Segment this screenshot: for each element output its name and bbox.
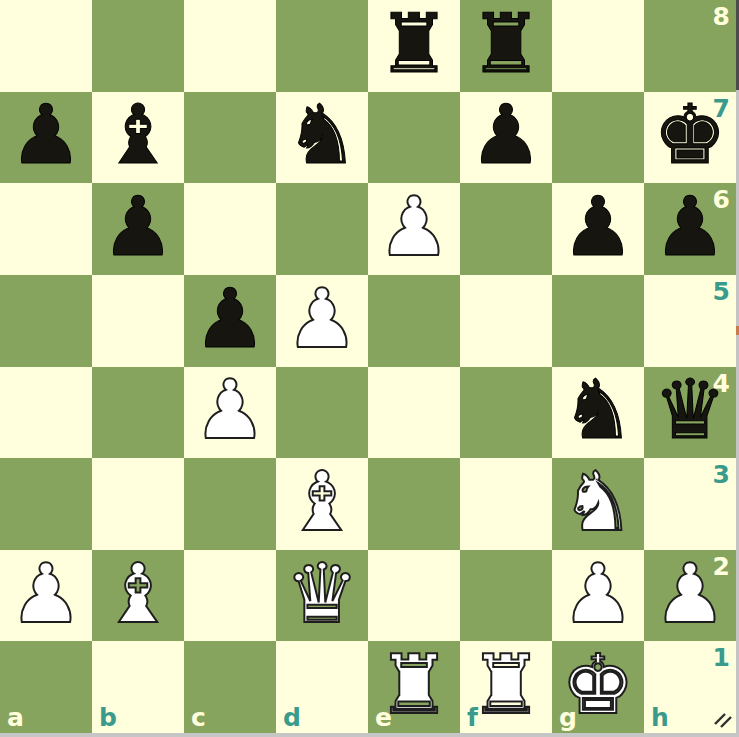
coord-file-b: b xyxy=(99,705,117,730)
black-pawn-h6[interactable]: ♟ xyxy=(653,186,727,268)
square-h4[interactable]: 4♛ xyxy=(644,367,736,459)
square-a8[interactable] xyxy=(0,0,92,92)
square-d6[interactable] xyxy=(276,183,368,275)
coord-file-d: d xyxy=(283,705,301,730)
white-king-g1[interactable]: ♚ xyxy=(561,644,635,726)
black-pawn-a7[interactable]: ♟ xyxy=(9,94,83,176)
black-pawn-b6[interactable]: ♟ xyxy=(101,186,175,268)
square-a6[interactable] xyxy=(0,183,92,275)
square-d3[interactable]: ♝ xyxy=(276,458,368,550)
chess-board[interactable]: ♜♜8♟♝♞♟7♚♟♟♟6♟♟♟5♟♞4♛♝♞3♟♝♛♟2♟abcde♜f♜g♚… xyxy=(0,0,736,733)
square-b6[interactable]: ♟ xyxy=(92,183,184,275)
square-f3[interactable] xyxy=(460,458,552,550)
square-a2[interactable]: ♟ xyxy=(0,550,92,642)
square-f6[interactable] xyxy=(460,183,552,275)
coord-rank-8: 8 xyxy=(713,4,730,29)
black-rook-e8[interactable]: ♜ xyxy=(377,3,451,85)
white-pawn-d5[interactable]: ♟ xyxy=(285,278,359,360)
square-f4[interactable] xyxy=(460,367,552,459)
black-pawn-f7[interactable]: ♟ xyxy=(469,94,543,176)
square-e2[interactable] xyxy=(368,550,460,642)
square-e5[interactable] xyxy=(368,275,460,367)
square-c8[interactable] xyxy=(184,0,276,92)
square-d5[interactable]: ♟ xyxy=(276,275,368,367)
square-c6[interactable] xyxy=(184,183,276,275)
square-a3[interactable] xyxy=(0,458,92,550)
coord-file-h: h xyxy=(651,705,669,730)
square-b1[interactable]: b xyxy=(92,641,184,733)
white-rook-e1[interactable]: ♜ xyxy=(377,644,451,726)
chess-board-screen: ♜♜8♟♝♞♟7♚♟♟♟6♟♟♟5♟♞4♛♝♞3♟♝♛♟2♟abcde♜f♜g♚… xyxy=(0,0,739,737)
square-f2[interactable] xyxy=(460,550,552,642)
square-e4[interactable] xyxy=(368,367,460,459)
square-d7[interactable]: ♞ xyxy=(276,92,368,184)
square-c3[interactable] xyxy=(184,458,276,550)
coord-file-a: a xyxy=(7,705,24,730)
black-king-h7[interactable]: ♚ xyxy=(653,94,727,176)
black-pawn-c5[interactable]: ♟ xyxy=(193,278,267,360)
coord-rank-3: 3 xyxy=(713,462,730,487)
white-pawn-e6[interactable]: ♟ xyxy=(377,186,451,268)
square-g4[interactable]: ♞ xyxy=(552,367,644,459)
square-e7[interactable] xyxy=(368,92,460,184)
square-g5[interactable] xyxy=(552,275,644,367)
square-g3[interactable]: ♞ xyxy=(552,458,644,550)
square-e3[interactable] xyxy=(368,458,460,550)
resize-handle-icon[interactable] xyxy=(714,712,732,728)
square-f7[interactable]: ♟ xyxy=(460,92,552,184)
square-e6[interactable]: ♟ xyxy=(368,183,460,275)
white-pawn-a2[interactable]: ♟ xyxy=(9,553,83,635)
square-d4[interactable] xyxy=(276,367,368,459)
square-c5[interactable]: ♟ xyxy=(184,275,276,367)
square-a7[interactable]: ♟ xyxy=(0,92,92,184)
black-queen-h4[interactable]: ♛ xyxy=(653,369,727,451)
black-knight-d7[interactable]: ♞ xyxy=(285,94,359,176)
white-rook-f1[interactable]: ♜ xyxy=(469,644,543,726)
square-a1[interactable]: a xyxy=(0,641,92,733)
black-knight-g4[interactable]: ♞ xyxy=(561,369,635,451)
black-bishop-b7[interactable]: ♝ xyxy=(101,94,175,176)
square-e1[interactable]: e♜ xyxy=(368,641,460,733)
square-h2[interactable]: 2♟ xyxy=(644,550,736,642)
square-d2[interactable]: ♛ xyxy=(276,550,368,642)
square-c1[interactable]: c xyxy=(184,641,276,733)
square-g6[interactable]: ♟ xyxy=(552,183,644,275)
white-queen-d2[interactable]: ♛ xyxy=(285,553,359,635)
square-h8[interactable]: 8 xyxy=(644,0,736,92)
square-e8[interactable]: ♜ xyxy=(368,0,460,92)
square-g8[interactable] xyxy=(552,0,644,92)
square-g1[interactable]: g♚ xyxy=(552,641,644,733)
square-h5[interactable]: 5 xyxy=(644,275,736,367)
coord-file-c: c xyxy=(191,705,206,730)
square-d8[interactable] xyxy=(276,0,368,92)
white-knight-g3[interactable]: ♞ xyxy=(561,461,635,543)
bottom-border xyxy=(0,733,739,737)
square-b3[interactable] xyxy=(92,458,184,550)
square-d1[interactable]: d xyxy=(276,641,368,733)
white-bishop-d3[interactable]: ♝ xyxy=(285,461,359,543)
square-h7[interactable]: 7♚ xyxy=(644,92,736,184)
square-b2[interactable]: ♝ xyxy=(92,550,184,642)
square-h3[interactable]: 3 xyxy=(644,458,736,550)
square-b8[interactable] xyxy=(92,0,184,92)
black-pawn-g6[interactable]: ♟ xyxy=(561,186,635,268)
square-c7[interactable] xyxy=(184,92,276,184)
coord-rank-1: 1 xyxy=(713,645,730,670)
square-b4[interactable] xyxy=(92,367,184,459)
square-f1[interactable]: f♜ xyxy=(460,641,552,733)
white-pawn-h2[interactable]: ♟ xyxy=(653,553,727,635)
white-pawn-g2[interactable]: ♟ xyxy=(561,553,635,635)
square-b7[interactable]: ♝ xyxy=(92,92,184,184)
square-f5[interactable] xyxy=(460,275,552,367)
square-h6[interactable]: 6♟ xyxy=(644,183,736,275)
square-c2[interactable] xyxy=(184,550,276,642)
square-a4[interactable] xyxy=(0,367,92,459)
square-g7[interactable] xyxy=(552,92,644,184)
white-bishop-b2[interactable]: ♝ xyxy=(101,553,175,635)
square-a5[interactable] xyxy=(0,275,92,367)
black-rook-f8[interactable]: ♜ xyxy=(469,3,543,85)
square-f8[interactable]: ♜ xyxy=(460,0,552,92)
square-g2[interactable]: ♟ xyxy=(552,550,644,642)
square-b5[interactable] xyxy=(92,275,184,367)
coord-rank-5: 5 xyxy=(713,279,730,304)
white-pawn-c4[interactable]: ♟ xyxy=(193,369,267,451)
square-c4[interactable]: ♟ xyxy=(184,367,276,459)
